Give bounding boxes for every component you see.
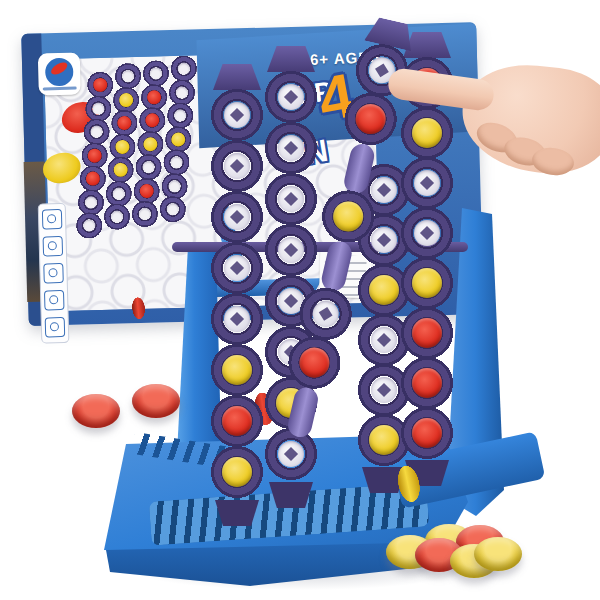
empty-socket-hole — [278, 135, 304, 161]
box-art-empty-hole — [168, 179, 181, 192]
socket — [210, 343, 264, 397]
socket — [210, 190, 264, 244]
socket-grip — [230, 108, 244, 122]
socket-grip — [230, 312, 244, 326]
box-art-empty-hole — [122, 70, 135, 83]
box-art-yellow-disc — [171, 131, 186, 146]
box-art-socket — [170, 55, 198, 83]
empty-socket-hole — [414, 220, 440, 246]
box-art-socket — [163, 148, 191, 176]
family-icon — [45, 317, 66, 338]
rotate-icon — [44, 290, 65, 311]
socket — [400, 306, 454, 360]
box-art-red-disc — [85, 171, 100, 186]
box-art-empty-hole — [138, 208, 151, 221]
box-art-empty-hole — [92, 102, 105, 115]
gear-icon — [43, 263, 64, 284]
box-art-yellow-disc — [119, 92, 134, 107]
socket — [210, 394, 264, 448]
socket-grip — [420, 226, 434, 240]
box-art-socket — [166, 102, 194, 130]
red-disc — [412, 418, 442, 448]
box-art-socket — [107, 156, 135, 184]
box-art-socket — [103, 203, 131, 231]
socket — [264, 121, 318, 175]
box-art-empty-hole — [176, 86, 189, 99]
socket — [400, 406, 454, 460]
socket — [400, 156, 454, 210]
box-art-empty-hole — [111, 210, 124, 223]
red-disc — [412, 318, 442, 348]
hand-icon — [43, 236, 64, 257]
red-disc — [296, 345, 332, 381]
spin-icon-glyph — [47, 214, 56, 223]
socket — [210, 139, 264, 193]
box-art-socket — [75, 211, 103, 239]
strip-bottom-cap — [215, 500, 259, 526]
empty-socket-hole — [278, 237, 304, 263]
strip-edge-segment — [286, 385, 321, 439]
yellow-disc — [369, 425, 399, 455]
yellow-disc — [369, 275, 399, 305]
yellow-disc — [222, 457, 252, 487]
box-art-empty-hole — [166, 203, 179, 216]
socket — [210, 88, 264, 142]
empty-socket-hole — [224, 204, 250, 230]
socket — [210, 292, 264, 346]
strip-5 — [400, 56, 454, 516]
yellow-disc — [412, 268, 442, 298]
socket-grip — [284, 192, 298, 206]
product-photo-stage: 6+ AGES UP 4 N — [0, 0, 600, 600]
box-art-yellow-disc — [115, 139, 130, 154]
socket-grip — [284, 90, 298, 104]
box-art-empty-hole — [83, 219, 96, 232]
socket-grip — [284, 294, 298, 308]
box-feature-icons — [38, 203, 70, 344]
box-art-socket — [114, 62, 142, 90]
empty-socket-hole — [310, 298, 341, 329]
box-art-socket — [110, 109, 138, 137]
box-art-socket — [131, 200, 159, 228]
yellow-disc — [222, 355, 252, 385]
empty-socket-hole — [224, 102, 250, 128]
empty-socket-hole — [278, 186, 304, 212]
socket-grip — [319, 307, 333, 321]
box-art-socket — [142, 59, 170, 87]
box-art-empty-hole — [174, 109, 187, 122]
yellow-disc — [330, 198, 366, 234]
socket-grip — [420, 176, 434, 190]
box-art-socket — [79, 165, 107, 193]
socket-grip — [230, 261, 244, 275]
socket — [400, 256, 454, 310]
box-art-empty-hole — [142, 161, 155, 174]
socket-grip — [375, 63, 389, 77]
red-disc — [412, 368, 442, 398]
loose-yellow-disc — [474, 537, 522, 571]
box-art-socket — [138, 106, 166, 134]
box-art-socket — [86, 71, 114, 99]
socket-grip — [377, 383, 391, 397]
box-art-red-disc — [87, 148, 102, 163]
box-art-red-disc — [145, 113, 160, 128]
loose-red-disc — [132, 384, 180, 418]
box-art-red-disc — [139, 183, 154, 198]
empty-socket-hole — [414, 170, 440, 196]
box-art-empty-hole — [90, 125, 103, 138]
empty-socket-hole — [371, 377, 397, 403]
red-disc — [353, 101, 389, 137]
strip-1 — [210, 88, 264, 556]
box-art-red-disc — [117, 115, 132, 130]
empty-socket-hole — [371, 327, 397, 353]
empty-socket-hole — [224, 306, 250, 332]
socket — [400, 356, 454, 410]
box-art-red-disc — [147, 89, 162, 104]
socket-grip — [284, 141, 298, 155]
socket-grip — [230, 210, 244, 224]
gear-icon-glyph — [48, 268, 57, 277]
red-disc — [222, 406, 252, 436]
box-art-empty-hole — [170, 156, 183, 169]
socket-grip — [377, 233, 391, 247]
box-art-socket — [135, 153, 163, 181]
socket — [400, 106, 454, 160]
socket-grip — [230, 159, 244, 173]
rotate-icon-glyph — [49, 295, 58, 304]
socket — [264, 172, 318, 226]
box-art-socket — [159, 195, 187, 223]
socket-grip — [377, 333, 391, 347]
socket-grip — [284, 243, 298, 257]
box-art-empty-hole — [112, 187, 125, 200]
spin-icon — [42, 209, 63, 230]
box-art-red-disc — [93, 77, 108, 92]
box-art-empty-hole — [85, 196, 98, 209]
empty-socket-hole — [224, 153, 250, 179]
socket — [264, 70, 318, 124]
box-art-socket — [83, 118, 111, 146]
socket — [400, 206, 454, 260]
empty-socket-hole — [278, 84, 304, 110]
box-art-yellow-disc — [113, 162, 128, 177]
family-icon-glyph — [50, 322, 59, 331]
yellow-disc — [412, 118, 442, 148]
box-art-yellow-disc — [143, 136, 158, 151]
loose-red-disc — [72, 394, 120, 428]
hand-icon-glyph — [48, 241, 57, 250]
empty-socket-hole — [371, 227, 397, 253]
box-art-empty-hole — [177, 62, 190, 75]
empty-socket-hole — [224, 255, 250, 281]
socket — [210, 241, 264, 295]
socket — [210, 445, 264, 499]
box-art-empty-hole — [150, 67, 163, 80]
